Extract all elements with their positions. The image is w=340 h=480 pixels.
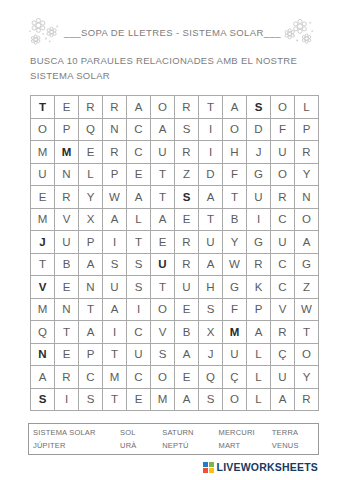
grid-cell-r12c10[interactable]: L	[247, 344, 271, 367]
header: ___SOPA DE LLETRES - SISTEMA SOLAR___	[26, 16, 314, 48]
grid-cell-r1c12[interactable]: L	[295, 96, 319, 119]
grid-cell-r6c5[interactable]: L	[127, 209, 151, 232]
grid-cell-r12c4[interactable]: T	[103, 344, 127, 367]
grid-cell-r2c4[interactable]: N	[103, 119, 127, 142]
word-list-item: SATURN	[162, 426, 218, 439]
grid-cell-r7c1[interactable]: J	[31, 231, 55, 254]
word-list-row-2: JÚPITERURÀNEPTÚMARTVENUS	[33, 439, 314, 452]
grid-cell-r10c7[interactable]: E	[175, 299, 199, 322]
grid-cell-r6c3[interactable]: X	[79, 209, 103, 232]
grid-cell-r3c1[interactable]: M	[31, 141, 55, 164]
grid-cell-r3c12[interactable]: R	[295, 141, 319, 164]
grid-cell-r10c3[interactable]: T	[79, 299, 103, 322]
grid-cell-r4c10[interactable]: G	[247, 164, 271, 187]
grid-cell-r2c5[interactable]: C	[127, 119, 151, 142]
grid-cell-r9c3[interactable]: N	[79, 276, 103, 299]
grid-cell-r1c6[interactable]: O	[151, 96, 175, 119]
grid-cell-r3c6[interactable]: U	[151, 141, 175, 164]
instructions: BUSCA 10 PARAULES RELACIONADES AMB EL NO…	[30, 53, 312, 83]
grid-cell-r13c7[interactable]: E	[175, 366, 199, 389]
grid-cell-r14c8[interactable]: S	[199, 389, 223, 412]
grid-cell-r9c12[interactable]: Z	[295, 276, 319, 299]
grid-cell-r1c10[interactable]: S	[247, 96, 271, 119]
grid-cell-r2c11[interactable]: F	[271, 119, 295, 142]
grid-cell-r13c9[interactable]: Ç	[223, 366, 247, 389]
logo-square	[209, 462, 214, 467]
grid-cell-r11c9[interactable]: M	[223, 321, 247, 344]
grid-cell-r6c2[interactable]: V	[55, 209, 79, 232]
grid-cell-r9c8[interactable]: H	[199, 276, 223, 299]
grid-cell-r10c10[interactable]: P	[247, 299, 271, 322]
instructions-line-2: SISTEMA SOLAR	[30, 68, 312, 83]
grid-cell-r13c2[interactable]: R	[55, 366, 79, 389]
grid-cell-r13c11[interactable]: U	[271, 366, 295, 389]
grid-cell-r14c6[interactable]: M	[151, 389, 175, 412]
grid-cell-r8c1[interactable]: T	[31, 254, 55, 277]
grid-cell-r11c1[interactable]: Q	[31, 321, 55, 344]
grid-cell-r12c3[interactable]: P	[79, 344, 103, 367]
grid-cell-r12c8[interactable]: J	[199, 344, 223, 367]
grid-cell-r10c9[interactable]: F	[223, 299, 247, 322]
grid-cell-r4c11[interactable]: O	[271, 164, 295, 187]
grid-cell-r2c2[interactable]: P	[55, 119, 79, 142]
grid-cell-r10c4[interactable]: A	[103, 299, 127, 322]
grid-cell-r11c5[interactable]: C	[127, 321, 151, 344]
grid-cell-r2c9[interactable]: O	[223, 119, 247, 142]
grid-cell-r1c5[interactable]: A	[127, 96, 151, 119]
grid-cell-r11c2[interactable]: T	[55, 321, 79, 344]
grid-cell-r3c2[interactable]: M	[55, 141, 79, 164]
grid-cell-r5c2[interactable]: R	[55, 186, 79, 209]
grid-cell-r1c7[interactable]: R	[175, 96, 199, 119]
liveworksheets-logo-icon	[203, 462, 214, 473]
grid-cell-r3c8[interactable]: I	[199, 141, 223, 164]
grid-cell-r8c2[interactable]: B	[55, 254, 79, 277]
grid-cell-r6c12[interactable]: O	[295, 209, 319, 232]
footer: LIVEWORKSHEETS	[203, 461, 318, 473]
grid-cell-r9c1[interactable]: V	[31, 276, 55, 299]
grid-cell-r7c3[interactable]: P	[79, 231, 103, 254]
grid-cell-r13c6[interactable]: O	[151, 366, 175, 389]
grid-cell-r5c11[interactable]: R	[271, 186, 295, 209]
grid-cell-r3c3[interactable]: E	[79, 141, 103, 164]
grid-cell-r6c11[interactable]: C	[271, 209, 295, 232]
grid-cell-r5c6[interactable]: T	[151, 186, 175, 209]
grid-cell-r7c11[interactable]: U	[271, 231, 295, 254]
grid-cell-r11c10[interactable]: A	[247, 321, 271, 344]
grid-cell-r8c5[interactable]: S	[127, 254, 151, 277]
grid-cell-r11c7[interactable]: B	[175, 321, 199, 344]
grid-cell-r5c4[interactable]: W	[103, 186, 127, 209]
grid-cell-r14c11[interactable]: A	[271, 389, 295, 412]
grid-cell-r13c5[interactable]: C	[127, 366, 151, 389]
grid-cell-r11c11[interactable]: R	[271, 321, 295, 344]
grid-cell-r11c6[interactable]: V	[151, 321, 175, 344]
grid-cell-r10c11[interactable]: V	[271, 299, 295, 322]
grid-cell-r12c11[interactable]: Ç	[271, 344, 295, 367]
grid-cell-r1c11[interactable]: O	[271, 96, 295, 119]
grid-cell-r10c5[interactable]: I	[127, 299, 151, 322]
word-list-item: NEPTÚ	[162, 439, 218, 452]
grid-cell-r13c8[interactable]: Q	[199, 366, 223, 389]
logo-square	[203, 468, 208, 473]
grid-cell-r2c1[interactable]: O	[31, 119, 55, 142]
grid-cell-r7c12[interactable]: A	[295, 231, 319, 254]
grid-cell-r5c5[interactable]: A	[127, 186, 151, 209]
grid-cell-r6c7[interactable]: E	[175, 209, 199, 232]
grid-cell-r11c8[interactable]: X	[199, 321, 223, 344]
grid-cell-r9c5[interactable]: S	[127, 276, 151, 299]
grid-cell-r4c9[interactable]: F	[223, 164, 247, 187]
grid-cell-r14c9[interactable]: O	[223, 389, 247, 412]
grid-cell-r10c2[interactable]: N	[55, 299, 79, 322]
grid-cell-r10c12[interactable]: W	[295, 299, 319, 322]
grid-cell-r14c7[interactable]: A	[175, 389, 199, 412]
grid-cell-r3c10[interactable]: J	[247, 141, 271, 164]
grid-cell-r4c4[interactable]: P	[103, 164, 127, 187]
grid-cell-r9c6[interactable]: T	[151, 276, 175, 299]
grid-cell-r14c2[interactable]: I	[55, 389, 79, 412]
grid-cell-r1c1[interactable]: T	[31, 96, 55, 119]
grid-cell-r9c9[interactable]: G	[223, 276, 247, 299]
grid-cell-r2c10[interactable]: D	[247, 119, 271, 142]
grid-cell-r10c8[interactable]: S	[199, 299, 223, 322]
grid-cell-r13c3[interactable]: C	[79, 366, 103, 389]
flower-doodle-right-icon	[281, 17, 319, 47]
grid-cell-r4c2[interactable]: N	[55, 164, 79, 187]
grid-cell-r12c6[interactable]: S	[151, 344, 175, 367]
grid-cell-r9c10[interactable]: K	[247, 276, 271, 299]
grid-cell-r2c6[interactable]: A	[151, 119, 175, 142]
word-list-item: JÚPITER	[33, 439, 120, 452]
grid-cell-r8c9[interactable]: W	[223, 254, 247, 277]
word-list-box: SISTEMA SOLARSOLSATURNMERCURITERRA JÚPIT…	[28, 423, 319, 455]
logo-square	[203, 462, 208, 467]
grid-cell-r8c7[interactable]: R	[175, 254, 199, 277]
grid-cell-r9c4[interactable]: U	[103, 276, 127, 299]
grid-cell-r10c1[interactable]: M	[31, 299, 55, 322]
grid-cell-r14c12[interactable]: R	[295, 389, 319, 412]
grid-cell-r3c9[interactable]: H	[223, 141, 247, 164]
grid-cell-r6c9[interactable]: B	[223, 209, 247, 232]
worksheet-page: ___SOPA DE LLETRES - SISTEMA SOLAR___ BU…	[0, 0, 340, 480]
grid-cell-r2c3[interactable]: Q	[79, 119, 103, 142]
brand-wordmark: LIVEWORKSHEETS	[217, 461, 318, 473]
word-list-item: SISTEMA SOLAR	[33, 426, 120, 439]
grid-cell-r9c11[interactable]: C	[271, 276, 295, 299]
grid-cell-r3c7[interactable]: R	[175, 141, 199, 164]
grid-cell-r4c1[interactable]: U	[31, 164, 55, 187]
grid-cell-r4c12[interactable]: Y	[295, 164, 319, 187]
grid-cell-r5c1[interactable]: E	[31, 186, 55, 209]
word-list-item: VENUS	[272, 439, 314, 452]
grid-cell-r9c7[interactable]: U	[175, 276, 199, 299]
grid-cell-r5c12[interactable]: N	[295, 186, 319, 209]
grid-cell-r13c10[interactable]: L	[247, 366, 271, 389]
grid-cell-r14c1[interactable]: S	[31, 389, 55, 412]
grid-cell-r2c7[interactable]: S	[175, 119, 199, 142]
grid-cell-r14c4[interactable]: T	[103, 389, 127, 412]
word-list-item: TERRA	[272, 426, 314, 439]
grid-cell-r5c3[interactable]: Y	[79, 186, 103, 209]
word-list-row-1: SISTEMA SOLARSOLSATURNMERCURITERRA	[33, 426, 314, 439]
grid-cell-r1c4[interactable]: R	[103, 96, 127, 119]
grid-cell-r6c1[interactable]: M	[31, 209, 55, 232]
grid-cell-r1c3[interactable]: R	[79, 96, 103, 119]
grid-cell-r11c3[interactable]: A	[79, 321, 103, 344]
grid-cell-r3c5[interactable]: C	[127, 141, 151, 164]
grid-cell-r5c10[interactable]: U	[247, 186, 271, 209]
grid-cell-r6c10[interactable]: I	[247, 209, 271, 232]
grid-cell-r14c3[interactable]: S	[79, 389, 103, 412]
grid-cell-r4c3[interactable]: L	[79, 164, 103, 187]
grid-cell-r7c4[interactable]: I	[103, 231, 127, 254]
grid-cell-r2c12[interactable]: P	[295, 119, 319, 142]
grid-cell-r8c11[interactable]: C	[271, 254, 295, 277]
grid-cell-r11c4[interactable]: I	[103, 321, 127, 344]
grid-cell-r12c5[interactable]: U	[127, 344, 151, 367]
grid-cell-r1c2[interactable]: E	[55, 96, 79, 119]
grid-cell-r3c4[interactable]: R	[103, 141, 127, 164]
grid-cell-r12c12[interactable]: O	[295, 344, 319, 367]
grid-cell-r12c2[interactable]: E	[55, 344, 79, 367]
grid-cell-r7c7[interactable]: R	[175, 231, 199, 254]
word-list-item: URÀ	[120, 439, 162, 452]
grid-cell-r5c8[interactable]: A	[199, 186, 223, 209]
grid-cell-r8c12[interactable]: G	[295, 254, 319, 277]
grid-cell-r8c10[interactable]: R	[247, 254, 271, 277]
grid-cell-r7c10[interactable]: G	[247, 231, 271, 254]
word-search-grid: TERRAORTASOLOPQNCASIODFPMMERCURIHJURUNLP…	[30, 95, 319, 411]
grid-cell-r4c6[interactable]: T	[151, 164, 175, 187]
grid-cell-r13c12[interactable]: Y	[295, 366, 319, 389]
grid-cell-r12c7[interactable]: A	[175, 344, 199, 367]
grid-cell-r11c12[interactable]: T	[295, 321, 319, 344]
grid-cell-r4c7[interactable]: Z	[175, 164, 199, 187]
grid-cell-r8c4[interactable]: S	[103, 254, 127, 277]
grid-cell-r9c2[interactable]: E	[55, 276, 79, 299]
grid-cell-r1c9[interactable]: A	[223, 96, 247, 119]
grid-cell-r7c6[interactable]: E	[151, 231, 175, 254]
grid-cell-r6c6[interactable]: A	[151, 209, 175, 232]
grid-cell-r8c3[interactable]: A	[79, 254, 103, 277]
grid-cell-r7c9[interactable]: Y	[223, 231, 247, 254]
grid-cell-r7c2[interactable]: U	[55, 231, 79, 254]
grid-cell-r12c1[interactable]: N	[31, 344, 55, 367]
word-list-item: SOL	[120, 426, 162, 439]
grid-cell-r7c5[interactable]: T	[127, 231, 151, 254]
logo-square	[209, 468, 214, 473]
page-title: ___SOPA DE LLETRES - SISTEMA SOLAR___	[64, 27, 281, 38]
grid-cell-r6c4[interactable]: A	[103, 209, 127, 232]
grid-cell-r13c4[interactable]: M	[103, 366, 127, 389]
flower-doodle-left-icon	[26, 17, 64, 47]
grid-cell-r1c8[interactable]: T	[199, 96, 223, 119]
grid-cell-r8c6[interactable]: U	[151, 254, 175, 277]
grid-cell-r8c8[interactable]: A	[199, 254, 223, 277]
grid-cell-r3c11[interactable]: U	[271, 141, 295, 164]
grid-cell-r4c5[interactable]: E	[127, 164, 151, 187]
grid-cell-r5c9[interactable]: T	[223, 186, 247, 209]
grid-cell-r7c8[interactable]: U	[199, 231, 223, 254]
grid-cell-r12c9[interactable]: U	[223, 344, 247, 367]
grid-cell-r2c8[interactable]: I	[199, 119, 223, 142]
grid-cell-r4c8[interactable]: D	[199, 164, 223, 187]
grid-cell-r6c8[interactable]: T	[199, 209, 223, 232]
grid-cell-r13c1[interactable]: A	[31, 366, 55, 389]
grid-cell-r5c7[interactable]: S	[175, 186, 199, 209]
word-list-item: MERCURI	[218, 426, 271, 439]
instructions-line-1: BUSCA 10 PARAULES RELACIONADES AMB EL NO…	[30, 53, 312, 68]
grid-cell-r10c6[interactable]: O	[151, 299, 175, 322]
grid-cell-r14c10[interactable]: L	[247, 389, 271, 412]
word-list-item: MART	[218, 439, 271, 452]
grid-cell-r14c5[interactable]: E	[127, 389, 151, 412]
